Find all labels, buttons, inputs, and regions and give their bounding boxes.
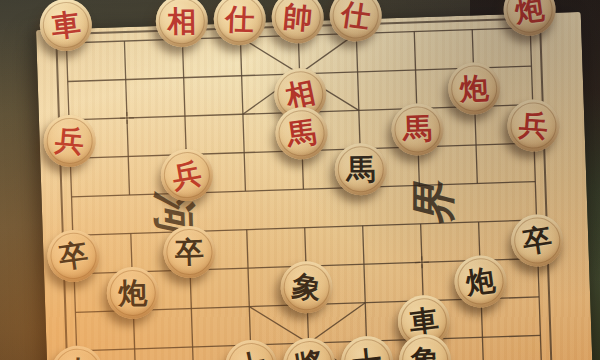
piece-glyph: 車	[50, 9, 82, 41]
piece-glyph: 兵	[170, 158, 204, 192]
piece-glyph: 兵	[518, 110, 549, 141]
piece-glyph: 帥	[282, 2, 313, 33]
piece-glyph: 仕	[339, 0, 372, 32]
xiangqi-photo-scene: 河 界 車相仕帥仕炮相炮馬馬兵兵兵馬卒卒卒炮象炮車車士將士象	[0, 0, 600, 360]
piece-glyph: 炮	[513, 0, 546, 26]
piece-glyph: 馬	[403, 114, 433, 144]
xiangqi-board[interactable]: 河 界 車相仕帥仕炮相炮馬馬兵兵兵馬卒卒卒炮象炮車車士將士象	[36, 12, 594, 360]
piece-glyph: 馬	[285, 116, 318, 149]
piece-glyph: 相	[167, 6, 196, 35]
piece-glyph: 仕	[225, 4, 255, 34]
piece-glyph: 車	[62, 356, 93, 360]
piece-glyph: 士	[234, 348, 268, 360]
piece-glyph: 將	[293, 347, 326, 360]
piece-glyph: 炮	[118, 278, 147, 307]
piece-glyph: 卒	[174, 237, 204, 267]
piece-black-cannon[interactable]: 炮	[106, 266, 159, 319]
piece-glyph: 兵	[54, 125, 85, 156]
piece-glyph: 車	[408, 305, 440, 337]
piece-glyph: 馬	[346, 155, 375, 184]
piece-glyph: 象	[410, 345, 440, 360]
piece-glyph: 卒	[57, 240, 90, 273]
piece-glyph: 象	[290, 270, 323, 303]
piece-glyph: 卒	[521, 224, 554, 257]
piece-glyph: 士	[351, 346, 383, 360]
piece-glyph: 炮	[464, 265, 497, 298]
piece-glyph: 炮	[459, 73, 489, 103]
